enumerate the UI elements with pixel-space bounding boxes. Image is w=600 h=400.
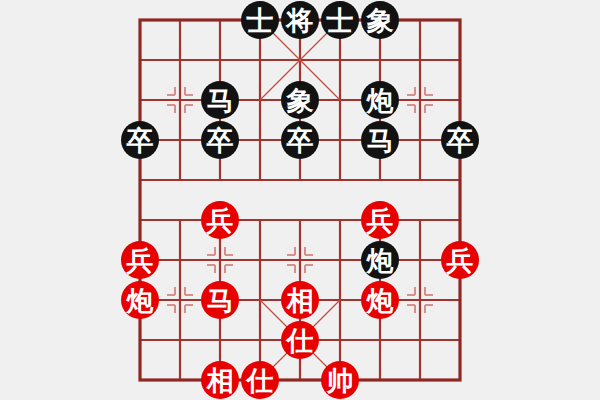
piece-black-advisor[interactable]: 士 <box>321 1 359 39</box>
piece-red-cannon[interactable]: 炮 <box>361 281 399 319</box>
piece-red-general[interactable]: 帅 <box>321 361 359 399</box>
piece-black-horse[interactable]: 马 <box>361 121 399 159</box>
piece-red-cannon[interactable]: 炮 <box>121 281 159 319</box>
piece-red-horse[interactable]: 马 <box>201 281 239 319</box>
piece-black-cannon[interactable]: 炮 <box>361 81 399 119</box>
xiangqi-board[interactable]: 士将士象马象炮卒卒卒马卒兵兵兵炮兵炮马相炮仕相仕帅 <box>0 0 600 400</box>
piece-black-advisor[interactable]: 士 <box>241 1 279 39</box>
piece-layer: 士将士象马象炮卒卒卒马卒兵兵兵炮兵炮马相炮仕相仕帅 <box>0 0 600 400</box>
piece-black-cannon[interactable]: 炮 <box>361 241 399 279</box>
xiangqi-app: 士将士象马象炮卒卒卒马卒兵兵兵炮兵炮马相炮仕相仕帅 <box>0 0 600 400</box>
piece-red-advisor[interactable]: 仕 <box>281 321 319 359</box>
piece-black-horse[interactable]: 马 <box>201 81 239 119</box>
piece-black-soldier[interactable]: 卒 <box>281 121 319 159</box>
piece-red-advisor[interactable]: 仕 <box>241 361 279 399</box>
piece-black-general[interactable]: 将 <box>281 1 319 39</box>
piece-black-elephant[interactable]: 象 <box>361 1 399 39</box>
piece-black-soldier[interactable]: 卒 <box>441 121 479 159</box>
piece-black-soldier[interactable]: 卒 <box>201 121 239 159</box>
piece-red-elephant[interactable]: 相 <box>201 361 239 399</box>
piece-red-soldier[interactable]: 兵 <box>121 241 159 279</box>
piece-black-elephant[interactable]: 象 <box>281 81 319 119</box>
piece-red-soldier[interactable]: 兵 <box>441 241 479 279</box>
piece-red-soldier[interactable]: 兵 <box>361 201 399 239</box>
piece-black-soldier[interactable]: 卒 <box>121 121 159 159</box>
piece-red-soldier[interactable]: 兵 <box>201 201 239 239</box>
piece-red-elephant[interactable]: 相 <box>281 281 319 319</box>
